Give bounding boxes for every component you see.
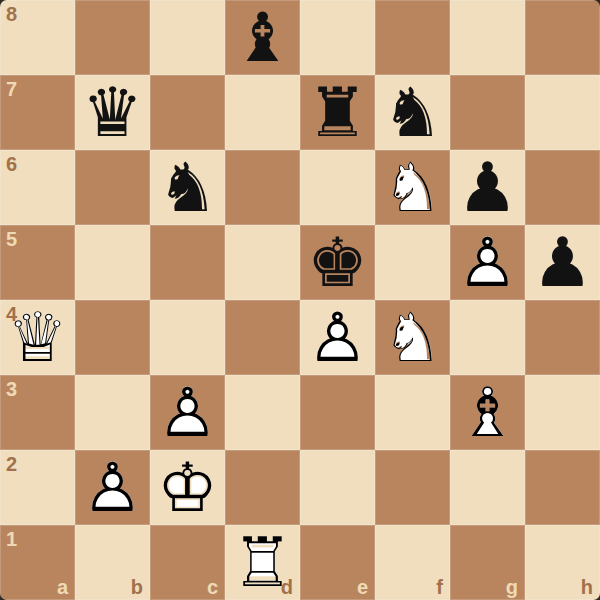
square-h8[interactable] [525,0,600,75]
square-f1[interactable]: f [375,525,450,600]
white-knight-outline: ♘ [375,150,450,225]
square-h4[interactable] [525,300,600,375]
square-g3[interactable]: ♝♗ [450,375,525,450]
square-d1[interactable]: d♜♖ [225,525,300,600]
file-label-e: e [357,577,368,597]
square-d6[interactable] [225,150,300,225]
square-h6[interactable] [525,150,600,225]
file-label-a: a [57,577,68,597]
square-g1[interactable]: g [450,525,525,600]
square-h3[interactable] [525,375,600,450]
square-f8[interactable] [375,0,450,75]
square-f5[interactable] [375,225,450,300]
file-label-c: c [207,577,218,597]
square-e8[interactable] [300,0,375,75]
chess-board: 8♝7♛♜♞6♞♞♘♟5♚♟♙♟4♛♕♟♙♞♘3♟♙♝♗2♟♙♚♔1abcd♜♖… [0,0,600,600]
square-e7[interactable]: ♜ [300,75,375,150]
square-c1[interactable]: c [150,525,225,600]
square-d4[interactable] [225,300,300,375]
square-a1[interactable]: 1a [0,525,75,600]
rank-label-1: 1 [6,529,17,549]
rank-label-8: 8 [6,4,17,24]
square-b4[interactable] [75,300,150,375]
square-a4[interactable]: 4♛♕ [0,300,75,375]
square-c6[interactable]: ♞ [150,150,225,225]
square-g5[interactable]: ♟♙ [450,225,525,300]
square-c3[interactable]: ♟♙ [150,375,225,450]
square-c5[interactable] [150,225,225,300]
file-label-f: f [436,577,443,597]
white-pawn-outline: ♙ [75,450,150,525]
square-h2[interactable] [525,450,600,525]
square-d8[interactable]: ♝ [225,0,300,75]
black-pawn-piece[interactable]: ♟ [450,150,525,225]
rank-label-7: 7 [6,79,17,99]
white-bishop-outline: ♗ [450,375,525,450]
square-a3[interactable]: 3 [0,375,75,450]
square-f3[interactable] [375,375,450,450]
black-king-piece[interactable]: ♚ [300,225,375,300]
square-h1[interactable]: h [525,525,600,600]
square-b5[interactable] [75,225,150,300]
square-b3[interactable] [75,375,150,450]
square-a6[interactable]: 6 [0,150,75,225]
white-king-outline: ♔ [150,450,225,525]
square-e4[interactable]: ♟♙ [300,300,375,375]
rank-label-5: 5 [6,229,17,249]
white-pawn-outline: ♙ [450,225,525,300]
rank-label-3: 3 [6,379,17,399]
black-queen-piece[interactable]: ♛ [75,75,150,150]
square-a2[interactable]: 2 [0,450,75,525]
square-f2[interactable] [375,450,450,525]
square-h5[interactable]: ♟ [525,225,600,300]
square-f6[interactable]: ♞♘ [375,150,450,225]
black-pawn-piece[interactable]: ♟ [525,225,600,300]
square-c2[interactable]: ♚♔ [150,450,225,525]
square-d7[interactable] [225,75,300,150]
square-e1[interactable]: e [300,525,375,600]
square-b8[interactable] [75,0,150,75]
white-pawn-outline: ♙ [150,375,225,450]
square-c4[interactable] [150,300,225,375]
white-knight-outline: ♘ [375,300,450,375]
square-a8[interactable]: 8 [0,0,75,75]
square-d2[interactable] [225,450,300,525]
file-label-g: g [506,577,518,597]
square-c8[interactable] [150,0,225,75]
square-g7[interactable] [450,75,525,150]
square-b7[interactable]: ♛ [75,75,150,150]
square-f7[interactable]: ♞ [375,75,450,150]
white-rook-outline: ♖ [225,525,300,600]
square-a5[interactable]: 5 [0,225,75,300]
rank-label-6: 6 [6,154,17,174]
black-knight-piece[interactable]: ♞ [375,75,450,150]
file-label-h: h [581,577,593,597]
file-label-b: b [131,577,143,597]
square-b2[interactable]: ♟♙ [75,450,150,525]
square-g4[interactable] [450,300,525,375]
square-g8[interactable] [450,0,525,75]
square-h7[interactable] [525,75,600,150]
square-d5[interactable] [225,225,300,300]
square-a7[interactable]: 7 [0,75,75,150]
square-f4[interactable]: ♞♘ [375,300,450,375]
square-b6[interactable] [75,150,150,225]
square-e3[interactable] [300,375,375,450]
square-b1[interactable]: b [75,525,150,600]
white-pawn-outline: ♙ [300,300,375,375]
black-rook-piece[interactable]: ♜ [300,75,375,150]
square-g2[interactable] [450,450,525,525]
black-bishop-piece[interactable]: ♝ [225,0,300,75]
square-d3[interactable] [225,375,300,450]
square-c7[interactable] [150,75,225,150]
square-g6[interactable]: ♟ [450,150,525,225]
square-e2[interactable] [300,450,375,525]
square-e5[interactable]: ♚ [300,225,375,300]
rank-label-2: 2 [6,454,17,474]
square-e6[interactable] [300,150,375,225]
black-knight-piece[interactable]: ♞ [150,150,225,225]
white-queen-outline: ♕ [0,300,75,375]
